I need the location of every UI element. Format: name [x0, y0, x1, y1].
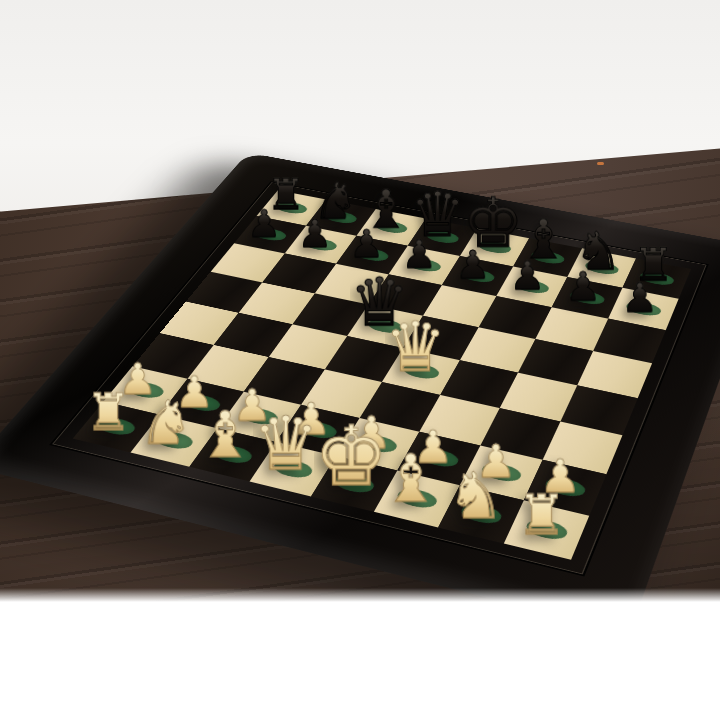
- black-pawn-e7[interactable]: ♟: [444, 247, 501, 284]
- white-queen-e4[interactable]: ♛: [385, 315, 447, 380]
- black-pawn-f7[interactable]: ♟: [499, 258, 556, 295]
- white-rook-h1[interactable]: ♜: [507, 489, 576, 542]
- white-knight-b1[interactable]: ♞: [134, 393, 199, 451]
- white-king-e1[interactable]: ♚: [314, 416, 381, 495]
- product-photo-scene: ♜♞♝♛♚♝♞♜♟♟♟♟♟♟♟♟♛♛♟♟♟♟♟♟♟♟♜♞♝♛♚♝♞♜: [0, 0, 720, 720]
- black-pawn-a7[interactable]: ♟: [237, 207, 292, 243]
- white-bishop-c1[interactable]: ♝: [193, 405, 259, 465]
- white-queen-d1[interactable]: ♛: [253, 410, 319, 480]
- black-pawn-b7[interactable]: ♟: [287, 216, 342, 252]
- photo-bottom-margin: [0, 588, 720, 720]
- white-knight-g1[interactable]: ♞: [441, 465, 510, 526]
- black-pawn-h7[interactable]: ♟: [611, 279, 670, 317]
- black-pawn-g7[interactable]: ♟: [554, 268, 612, 306]
- white-rook-a1[interactable]: ♜: [76, 388, 140, 437]
- white-bishop-f1[interactable]: ♝: [377, 448, 445, 510]
- black-pawn-c7[interactable]: ♟: [339, 226, 395, 262]
- wall-smudge: [597, 162, 604, 165]
